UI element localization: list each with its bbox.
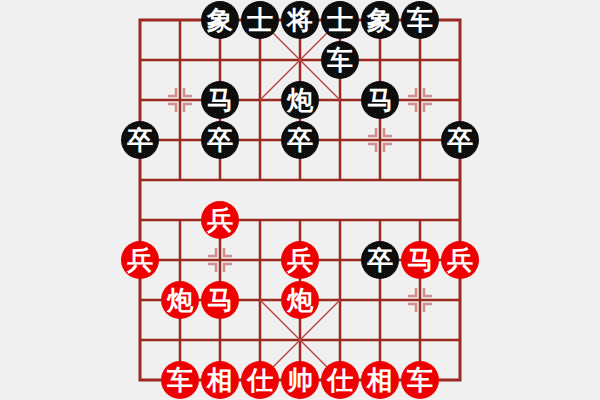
piece-red-cannon[interactable]: 炮 <box>161 281 199 319</box>
piece-black-horse[interactable]: 马 <box>361 81 399 119</box>
xiangqi-board: 象士将士象车车马炮马卒卒卒卒卒兵兵兵马兵炮马炮车相仕帅仕相车 <box>0 0 600 400</box>
piece-red-soldier[interactable]: 兵 <box>281 241 319 279</box>
piece-red-horse[interactable]: 马 <box>401 241 439 279</box>
piece-red-cannon[interactable]: 炮 <box>281 281 319 319</box>
piece-red-chariot[interactable]: 车 <box>401 361 439 399</box>
piece-red-soldier[interactable]: 兵 <box>441 241 479 279</box>
piece-red-general[interactable]: 帅 <box>281 361 319 399</box>
piece-black-advisor[interactable]: 士 <box>321 1 359 39</box>
piece-black-cannon[interactable]: 炮 <box>281 81 319 119</box>
piece-red-elephant[interactable]: 相 <box>201 361 239 399</box>
piece-red-horse[interactable]: 马 <box>201 281 239 319</box>
piece-black-soldier[interactable]: 卒 <box>441 121 479 159</box>
piece-red-elephant[interactable]: 相 <box>361 361 399 399</box>
piece-black-elephant[interactable]: 象 <box>201 1 239 39</box>
piece-black-elephant[interactable]: 象 <box>361 1 399 39</box>
piece-black-advisor[interactable]: 士 <box>241 1 279 39</box>
piece-black-soldier[interactable]: 卒 <box>281 121 319 159</box>
piece-red-chariot[interactable]: 车 <box>161 361 199 399</box>
piece-red-soldier[interactable]: 兵 <box>201 201 239 239</box>
piece-red-soldier[interactable]: 兵 <box>121 241 159 279</box>
piece-black-general[interactable]: 将 <box>281 1 319 39</box>
piece-black-soldier[interactable]: 卒 <box>121 121 159 159</box>
piece-black-chariot[interactable]: 车 <box>321 41 359 79</box>
piece-red-advisor[interactable]: 仕 <box>241 361 279 399</box>
piece-grid: 象士将士象车车马炮马卒卒卒卒卒兵兵兵马兵炮马炮车相仕帅仕相车 <box>120 0 480 400</box>
piece-black-horse[interactable]: 马 <box>201 81 239 119</box>
piece-black-chariot[interactable]: 车 <box>401 1 439 39</box>
piece-black-soldier[interactable]: 卒 <box>361 241 399 279</box>
piece-red-advisor[interactable]: 仕 <box>321 361 359 399</box>
piece-black-soldier[interactable]: 卒 <box>201 121 239 159</box>
